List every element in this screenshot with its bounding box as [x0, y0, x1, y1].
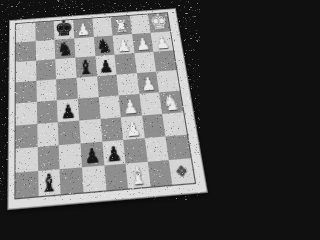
piece-black-pawn: ♟: [57, 102, 79, 122]
square-h6: [154, 50, 177, 71]
square-b4: [36, 100, 58, 124]
square-c6: [56, 58, 77, 80]
square-a5: [16, 81, 37, 104]
board-grid: ♚♟♜♚♞♞♟♟♟♝♟♟♟♟♞♟♟♟♝♝❖: [16, 13, 195, 198]
square-b8: [35, 21, 55, 41]
square-a7: [16, 41, 36, 62]
square-b3: [37, 122, 59, 147]
square-h4: ♞: [159, 91, 183, 114]
square-d8: ♟: [73, 18, 93, 38]
square-d5: [76, 76, 98, 98]
square-b1: ♝: [38, 169, 61, 196]
square-e1: [104, 164, 128, 191]
piece-white-king: ♚: [148, 11, 170, 33]
square-d2: ♟: [80, 142, 103, 168]
piece-white-pawn: ♟: [73, 21, 93, 38]
square-e3: [100, 117, 123, 141]
square-d6: ♝: [75, 56, 96, 78]
square-a8: [16, 23, 35, 43]
square-c3: [58, 121, 80, 146]
square-a6: [16, 61, 36, 83]
square-e2: ♟: [102, 140, 126, 166]
square-d4: [78, 97, 100, 120]
square-g8: [130, 14, 151, 34]
square-f6: [115, 53, 137, 74]
piece-black-pawn: ♟: [95, 58, 116, 77]
square-e6: ♟: [95, 55, 117, 76]
piece-black-bishop: ♝: [38, 170, 61, 196]
square-c2: [59, 143, 82, 169]
square-e5: [97, 75, 119, 97]
square-a1: [16, 171, 39, 198]
piece-black-pawn: ♟: [102, 143, 126, 165]
board-frame: ♚♟♜♚♞♞♟♟♟♝♟♟♟♟♞♟♟♟♝♝❖ ······: [7, 8, 200, 200]
square-a4: [16, 102, 37, 126]
square-d1: [82, 165, 106, 192]
piece-white-bishop: ♝: [126, 163, 151, 189]
square-f7: ♟: [113, 34, 135, 55]
square-b7: [35, 40, 55, 61]
square-f4: ♟: [119, 94, 142, 117]
square-c1: [60, 167, 84, 194]
piece-white-knight: ♞: [160, 92, 184, 114]
square-f3: ♟: [121, 116, 145, 140]
square-h7: ♟: [151, 31, 173, 51]
square-d3: [79, 119, 102, 144]
square-h8: ♚: [148, 13, 170, 33]
piece-white-pawn: ♟: [119, 97, 142, 117]
square-b5: [36, 79, 57, 102]
square-f1: ♝: [126, 162, 151, 189]
square-e4: [98, 95, 121, 118]
piece-white-rook: ♜: [111, 17, 132, 35]
chessboard: ♚♟♜♚♞♞♟♟♟♝♟♟♟♟♞♟♟♟♝♝❖ ······: [7, 8, 200, 200]
piece-black-pawn: ♟: [81, 145, 104, 167]
piece-white-pawn: ♟: [151, 34, 173, 52]
photo-background: ♚♟♜♚♞♞♟♟♟♝♟♟♟♟♞♟♟♟♝♝❖ ······: [0, 0, 200, 200]
square-c7: ♞: [55, 38, 76, 59]
piece-white-pawn: ♟: [121, 119, 144, 140]
square-b6: [36, 59, 57, 81]
square-e7: ♞: [93, 36, 114, 57]
square-h1: ❖: [169, 158, 195, 184]
square-c4: ♟: [57, 99, 79, 123]
square-h3: [163, 112, 187, 136]
square-a2: [16, 147, 38, 173]
square-h2: [166, 135, 191, 160]
border-brand-marks: ······: [179, 64, 187, 80]
square-a3: [16, 124, 38, 149]
piece-black-knight: ♞: [93, 36, 114, 56]
piece-black-bishop: ♝: [75, 57, 96, 78]
piece-black-knight: ♞: [55, 39, 75, 59]
board-maker-logo: ❖: [169, 158, 195, 184]
square-c5: [56, 78, 77, 101]
piece-white-pawn: ♟: [137, 75, 160, 94]
piece-white-pawn: ♟: [113, 37, 134, 55]
square-f8: ♜: [111, 16, 132, 36]
square-f5: [117, 73, 140, 95]
piece-white-pawn: ♟: [132, 35, 154, 53]
